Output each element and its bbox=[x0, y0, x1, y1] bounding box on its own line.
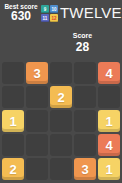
tile-4[interactable]: 4 bbox=[98, 134, 120, 156]
empty-cell bbox=[2, 62, 24, 84]
logo-tile-9: 9 bbox=[41, 5, 49, 13]
empty-cell bbox=[26, 134, 48, 156]
logo-tile-11: 11 bbox=[41, 14, 49, 22]
tile-3[interactable]: 3 bbox=[26, 62, 48, 84]
tile-1[interactable]: 1 bbox=[98, 158, 120, 180]
score-block: Score 28 bbox=[60, 32, 105, 54]
empty-cell bbox=[50, 158, 72, 180]
empty-cell bbox=[2, 86, 24, 108]
empty-cell bbox=[26, 158, 48, 180]
logo-tile-10: 10 bbox=[50, 5, 58, 13]
empty-cell bbox=[2, 134, 24, 156]
best-score-block: Best score 630 bbox=[3, 3, 39, 23]
empty-cell bbox=[50, 110, 72, 132]
tile-1[interactable]: 1 bbox=[2, 110, 24, 132]
empty-cell bbox=[26, 110, 48, 132]
tile-3[interactable]: 3 bbox=[74, 158, 96, 180]
tile-2[interactable]: 2 bbox=[2, 158, 24, 180]
empty-cell bbox=[74, 86, 96, 108]
empty-cell bbox=[74, 134, 96, 156]
best-score-value: 630 bbox=[3, 10, 39, 23]
score-label: Score bbox=[60, 32, 105, 40]
empty-cell bbox=[74, 62, 96, 84]
logo-tile-12: 12 bbox=[50, 14, 58, 22]
empty-cell bbox=[50, 62, 72, 84]
game-board: 342114231 bbox=[2, 62, 120, 180]
app-logo-icon: 9101112 bbox=[41, 5, 58, 22]
tile-1[interactable]: 1 bbox=[98, 110, 120, 132]
empty-cell bbox=[50, 134, 72, 156]
score-value: 28 bbox=[60, 40, 105, 54]
tile-4[interactable]: 4 bbox=[98, 62, 120, 84]
empty-cell bbox=[98, 86, 120, 108]
empty-cell bbox=[26, 86, 48, 108]
tile-2[interactable]: 2 bbox=[50, 86, 72, 108]
app-title: TWELVE bbox=[60, 4, 122, 21]
empty-cell bbox=[74, 110, 96, 132]
